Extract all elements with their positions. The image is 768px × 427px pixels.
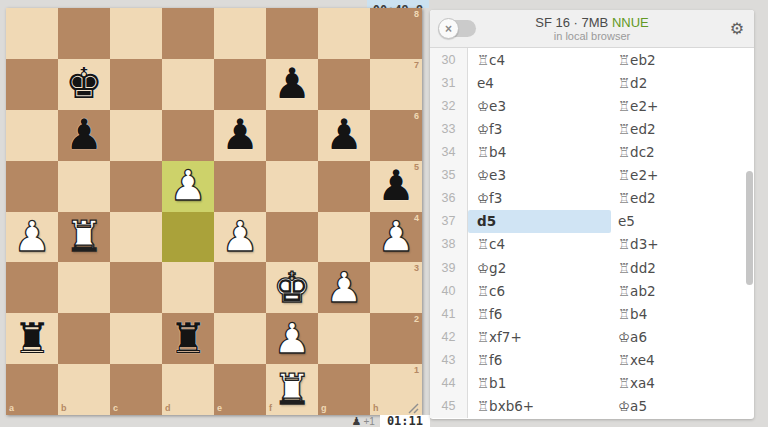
move-33-black[interactable]: ♖ed2 — [611, 117, 754, 140]
settings-gear-icon[interactable]: ⚙ — [730, 20, 744, 38]
move-row-34: 34♖b4♖dc2 — [430, 140, 754, 163]
move-row-33: 33♔f3♖ed2 — [430, 117, 754, 140]
rank-label-6: 6 — [414, 112, 419, 121]
square-f6[interactable] — [266, 110, 318, 161]
piece-black-pawn: ♟ — [325, 114, 363, 156]
move-row-40: 40♖c6♖ab2 — [430, 279, 754, 302]
move-39-white[interactable]: ♔g2 — [468, 256, 611, 279]
square-g4[interactable] — [318, 212, 370, 263]
lichess-analysis-screen: 00:49.9 8♚♟7♟♟♟6♟♟5♟♜♟♟4♚♟3♜♜♟2abcde♜fg1… — [0, 0, 768, 427]
square-d7[interactable] — [162, 59, 214, 110]
move-number: 42 — [430, 325, 468, 348]
move-row-38: 38♖c4♖d3+ — [430, 233, 754, 256]
piece-white-pawn: ♟ — [13, 216, 51, 258]
bottom-player-bar: ♟ +1 01:11 — [280, 415, 430, 427]
material-advantage: ♟ +1 — [352, 416, 375, 427]
move-row-31: 31e4♖d2 — [430, 71, 754, 94]
move-number: 36 — [430, 187, 468, 210]
square-d6[interactable] — [162, 110, 214, 161]
toggle-off-icon: × — [445, 23, 452, 35]
pawn-icon: ♟ — [352, 416, 362, 427]
bottom-clock-time: 01:11 — [387, 414, 423, 427]
move-32-white[interactable]: ♔e3 — [468, 94, 611, 117]
move-38-white[interactable]: ♖c4 — [468, 233, 611, 256]
move-43-black[interactable]: ♖xe4 — [611, 348, 754, 371]
square-f4[interactable] — [266, 212, 318, 263]
engine-panel-header: × SF 16 · 7MB NNUE in local browser ⚙ — [430, 10, 754, 48]
move-row-41: 41♖f6♖b4 — [430, 302, 754, 325]
piece-white-pawn: ♟ — [377, 216, 415, 258]
square-a3[interactable] — [6, 262, 58, 313]
move-41-black[interactable]: ♖b4 — [611, 302, 754, 325]
move-34-white[interactable]: ♖b4 — [468, 140, 611, 163]
move-number: 33 — [430, 117, 468, 140]
bottom-player-clock: 01:11 — [380, 415, 430, 427]
square-c5[interactable] — [110, 161, 162, 212]
piece-black-rook: ♜ — [13, 318, 51, 360]
move-33-white[interactable]: ♔f3 — [468, 117, 611, 140]
file-label-e: e — [217, 404, 222, 413]
square-a2[interactable]: ♜ — [6, 313, 58, 364]
material-advantage-value: +1 — [363, 416, 374, 427]
square-f2[interactable]: ♟ — [266, 313, 318, 364]
square-b7[interactable]: ♚ — [58, 59, 110, 110]
square-h7[interactable]: 7 — [370, 59, 422, 110]
square-h5[interactable]: ♟5 — [370, 161, 422, 212]
square-e5[interactable] — [214, 161, 266, 212]
square-c1[interactable]: c — [110, 364, 162, 415]
square-h8[interactable]: 8 — [370, 8, 422, 59]
square-f1[interactable]: ♜f — [266, 364, 318, 415]
move-row-43: 43♖f6♖xe4 — [430, 348, 754, 371]
rank-label-4: 4 — [414, 214, 419, 223]
file-label-b: b — [61, 404, 67, 413]
move-number: 31 — [430, 71, 468, 94]
move-row-39: 39♔g2♖dd2 — [430, 256, 754, 279]
square-a8[interactable] — [6, 8, 58, 59]
square-h4[interactable]: ♟4 — [370, 212, 422, 263]
move-list-scrollbar[interactable] — [746, 171, 753, 285]
move-30-white[interactable]: ♖c4 — [468, 48, 611, 71]
square-a1[interactable]: a — [6, 364, 58, 415]
move-number: 39 — [430, 256, 468, 279]
rank-label-3: 3 — [414, 264, 419, 273]
move-row-45: 45♖bxb6+♔a5 — [430, 395, 754, 418]
square-d4[interactable] — [162, 212, 214, 263]
move-list: 30♖c4♖eb231e4♖d232♔e3♖e2+33♔f3♖ed234♖b4♖… — [430, 48, 754, 418]
rank-label-2: 2 — [414, 315, 419, 324]
square-c3[interactable] — [110, 262, 162, 313]
square-e7[interactable] — [214, 59, 266, 110]
engine-name: SF 16 · 7MB NNUE — [430, 15, 754, 30]
piece-white-rook: ♜ — [273, 369, 311, 411]
move-number: 43 — [430, 348, 468, 371]
piece-black-pawn: ♟ — [221, 114, 259, 156]
square-e2[interactable] — [214, 313, 266, 364]
square-f5[interactable] — [266, 161, 318, 212]
move-40-white[interactable]: ♖c6 — [468, 279, 611, 302]
move-row-44: 44♖b1♖xa4 — [430, 372, 754, 395]
move-45-white[interactable]: ♖bxb6+ — [468, 395, 611, 418]
move-42-black[interactable]: ♔a6 — [611, 325, 754, 348]
move-row-37: 37d5e5 — [430, 210, 754, 233]
square-b1[interactable]: b — [58, 364, 110, 415]
square-g3[interactable]: ♟ — [318, 262, 370, 313]
square-f7[interactable]: ♟ — [266, 59, 318, 110]
square-f8[interactable] — [266, 8, 318, 59]
square-c7[interactable] — [110, 59, 162, 110]
move-number: 44 — [430, 372, 468, 395]
chess-board: 8♚♟7♟♟♟6♟♟5♟♜♟♟4♚♟3♜♜♟2abcde♜fg1h — [6, 8, 422, 415]
move-row-36: 36♔f3♖ed2 — [430, 187, 754, 210]
square-d8[interactable] — [162, 8, 214, 59]
square-b5[interactable] — [58, 161, 110, 212]
square-a7[interactable] — [6, 59, 58, 110]
rank-label-8: 8 — [414, 10, 419, 19]
square-g6[interactable]: ♟ — [318, 110, 370, 161]
square-c2[interactable] — [110, 313, 162, 364]
move-44-black[interactable]: ♖xa4 — [611, 372, 754, 395]
move-42-white[interactable]: ♖xf7+ — [468, 325, 611, 348]
square-b8[interactable] — [58, 8, 110, 59]
move-35-black[interactable]: ♖e2+ — [611, 164, 754, 187]
move-number: 45 — [430, 395, 468, 418]
move-35-white[interactable]: ♔e3 — [468, 164, 611, 187]
square-c8[interactable] — [110, 8, 162, 59]
square-a4[interactable]: ♟ — [6, 212, 58, 263]
square-h2[interactable]: 2 — [370, 313, 422, 364]
square-e1[interactable]: e — [214, 364, 266, 415]
move-number: 37 — [430, 210, 468, 233]
rank-label-5: 5 — [414, 163, 419, 172]
move-36-black[interactable]: ♖ed2 — [611, 187, 754, 210]
square-d2[interactable]: ♜ — [162, 313, 214, 364]
piece-black-rook: ♜ — [169, 318, 207, 360]
move-row-32: 32♔e3♖e2+ — [430, 94, 754, 117]
square-g7[interactable] — [318, 59, 370, 110]
move-number: 30 — [430, 48, 468, 71]
piece-white-pawn: ♟ — [273, 318, 311, 360]
move-43-white[interactable]: ♖f6 — [468, 348, 611, 371]
piece-white-pawn: ♟ — [169, 165, 207, 207]
square-f3[interactable]: ♚ — [266, 262, 318, 313]
piece-black-pawn: ♟ — [377, 165, 415, 207]
square-b3[interactable] — [58, 262, 110, 313]
move-38-black[interactable]: ♖d3+ — [611, 233, 754, 256]
piece-black-pawn: ♟ — [273, 63, 311, 105]
piece-white-pawn: ♟ — [325, 267, 363, 309]
top-clock-time: 00:49.9 — [373, 1, 424, 8]
move-32-black[interactable]: ♖e2+ — [611, 94, 754, 117]
file-label-c: c — [113, 404, 118, 413]
square-h3[interactable]: 3 — [370, 262, 422, 313]
file-label-a: a — [9, 404, 14, 413]
file-label-h: h — [373, 404, 379, 413]
move-number: 32 — [430, 94, 468, 117]
board-resize-handle[interactable] — [404, 399, 420, 415]
square-c6[interactable] — [110, 110, 162, 161]
rank-label-1: 1 — [414, 366, 419, 375]
move-40-black[interactable]: ♖ab2 — [611, 279, 754, 302]
move-31-white[interactable]: e4 — [468, 71, 611, 94]
move-41-white[interactable]: ♖f6 — [468, 302, 611, 325]
square-b6[interactable]: ♟ — [58, 110, 110, 161]
move-37-black[interactable]: e5 — [611, 210, 754, 233]
square-e6[interactable]: ♟ — [214, 110, 266, 161]
move-34-black[interactable]: ♖dc2 — [611, 140, 754, 163]
piece-white-rook: ♜ — [65, 216, 103, 258]
move-30-black[interactable]: ♖eb2 — [611, 48, 754, 71]
engine-analysis-panel: × SF 16 · 7MB NNUE in local browser ⚙ 30… — [430, 10, 754, 419]
square-g1[interactable]: g — [318, 364, 370, 415]
engine-title: SF 16 · 7MB NNUE in local browser — [430, 15, 754, 43]
move-number: 41 — [430, 302, 468, 325]
engine-toggle[interactable]: × — [440, 20, 476, 37]
piece-black-pawn: ♟ — [65, 114, 103, 156]
move-36-white[interactable]: ♔f3 — [468, 187, 611, 210]
engine-location: in local browser — [430, 30, 754, 43]
square-c4[interactable] — [110, 212, 162, 263]
square-d5[interactable]: ♟ — [162, 161, 214, 212]
square-e4[interactable]: ♟ — [214, 212, 266, 263]
piece-white-pawn: ♟ — [221, 216, 259, 258]
move-row-42: 42♖xf7+♔a6 — [430, 325, 754, 348]
top-player-clock: 00:49.9 — [367, 0, 429, 8]
square-d3[interactable] — [162, 262, 214, 313]
square-h6[interactable]: 6 — [370, 110, 422, 161]
move-number: 35 — [430, 164, 468, 187]
piece-white-king: ♚ — [273, 267, 311, 309]
square-a6[interactable] — [6, 110, 58, 161]
move-44-white[interactable]: ♖b1 — [468, 372, 611, 395]
piece-black-king: ♚ — [65, 63, 103, 105]
square-g2[interactable] — [318, 313, 370, 364]
engine-nnue-badge: NNUE — [612, 15, 649, 30]
move-37-white[interactable]: d5 — [468, 210, 611, 233]
square-e8[interactable] — [214, 8, 266, 59]
square-e3[interactable] — [214, 262, 266, 313]
square-b2[interactable] — [58, 313, 110, 364]
file-label-g: g — [321, 404, 327, 413]
square-b4[interactable]: ♜ — [58, 212, 110, 263]
file-label-f: f — [269, 404, 272, 413]
square-g5[interactable] — [318, 161, 370, 212]
file-label-d: d — [165, 404, 171, 413]
move-number: 38 — [430, 233, 468, 256]
move-31-black[interactable]: ♖d2 — [611, 71, 754, 94]
move-39-black[interactable]: ♖dd2 — [611, 256, 754, 279]
rank-label-7: 7 — [414, 61, 419, 70]
move-row-35: 35♔e3♖e2+ — [430, 164, 754, 187]
move-number: 40 — [430, 279, 468, 302]
square-a5[interactable] — [6, 161, 58, 212]
move-row-30: 30♖c4♖eb2 — [430, 48, 754, 71]
square-d1[interactable]: d — [162, 364, 214, 415]
square-g8[interactable] — [318, 8, 370, 59]
move-number: 34 — [430, 140, 468, 163]
move-45-black[interactable]: ♔a5 — [611, 395, 754, 418]
engine-toggle-knob[interactable]: × — [438, 18, 459, 39]
